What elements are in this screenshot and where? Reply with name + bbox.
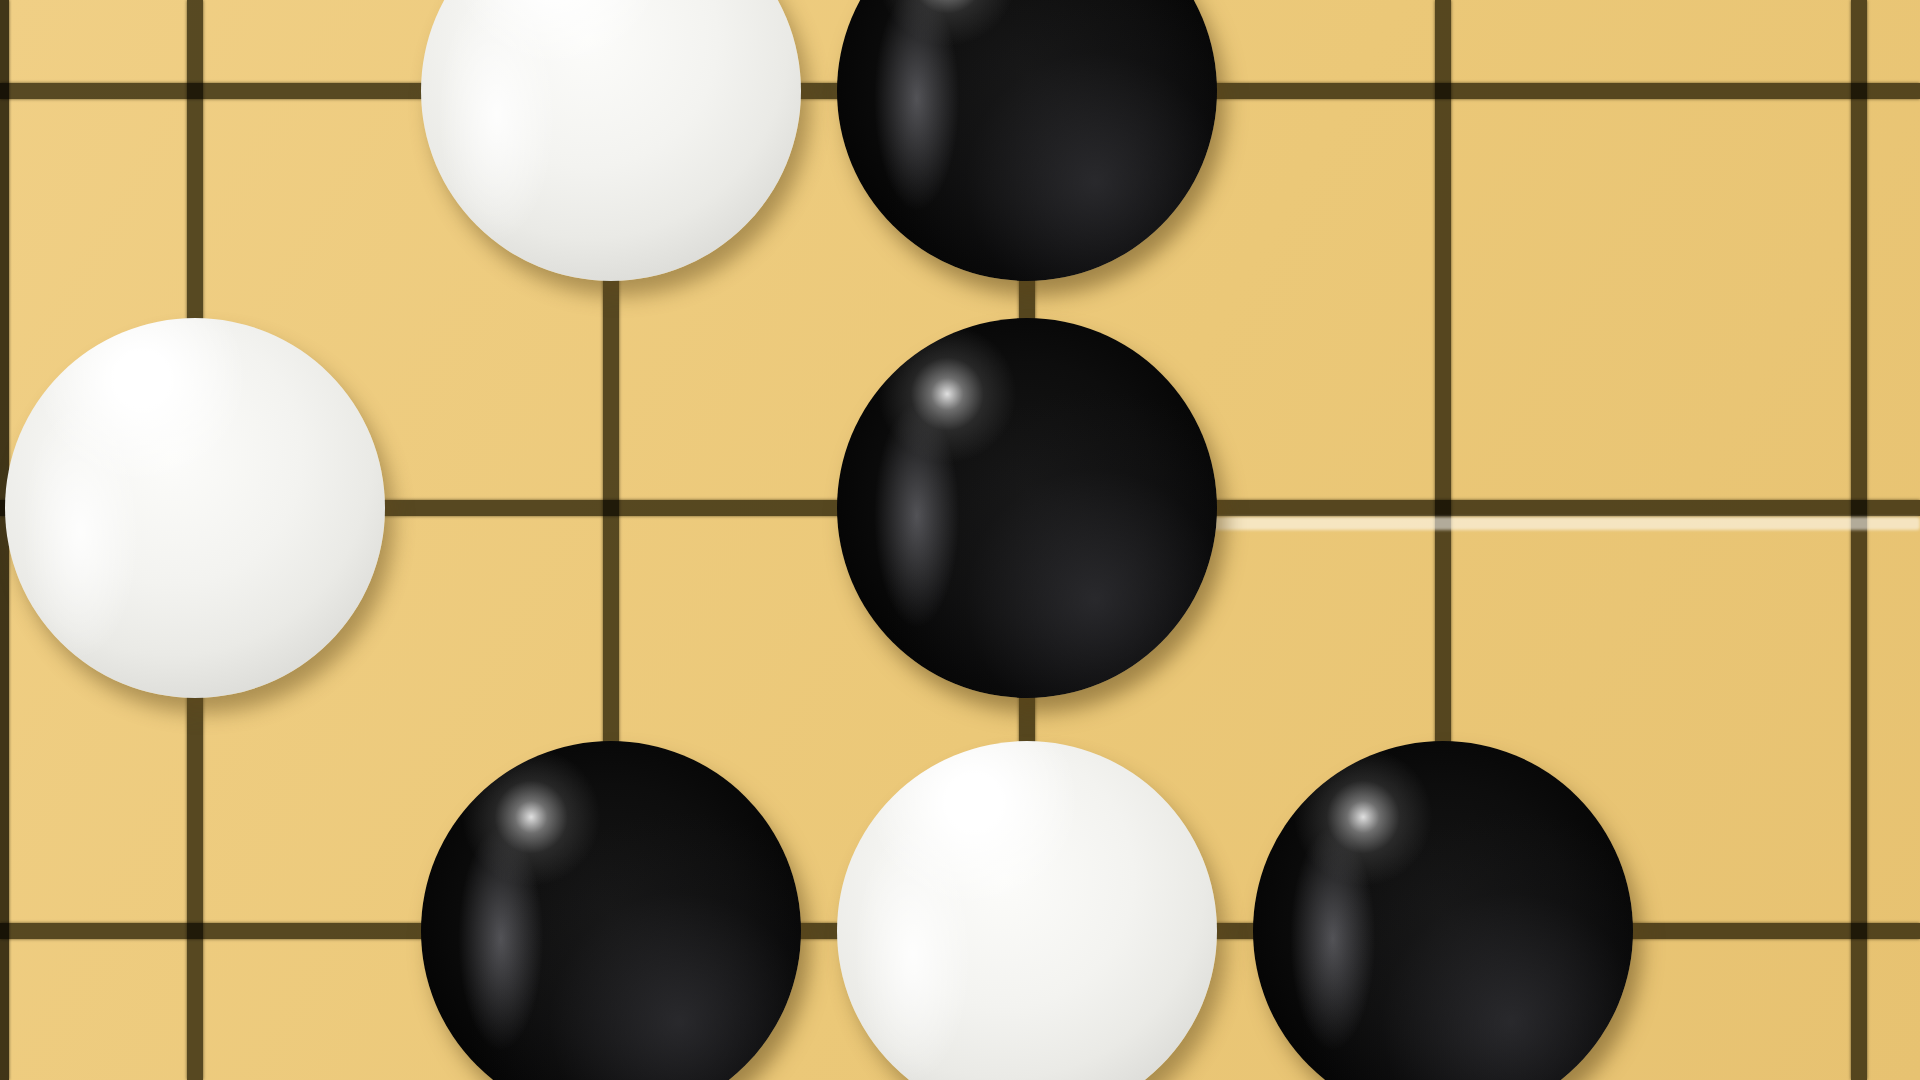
stone-black <box>837 318 1217 698</box>
stone-black <box>1253 741 1633 1080</box>
board-texture-seam <box>1210 517 1920 530</box>
stone-white <box>421 0 801 281</box>
stone-white <box>837 741 1217 1080</box>
grid-line-vertical <box>1851 0 1867 1080</box>
go-board[interactable] <box>0 0 1920 1080</box>
stone-black <box>837 0 1217 281</box>
stone-black <box>421 741 801 1080</box>
stone-white <box>5 318 385 698</box>
